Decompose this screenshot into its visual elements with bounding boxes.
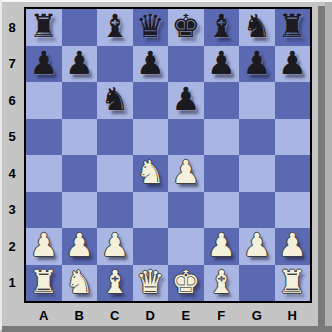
frame-bevel-left (0, 0, 2, 330)
file-label-e: E (168, 306, 204, 324)
square-e4[interactable]: ♟ (168, 155, 204, 192)
square-b8[interactable] (62, 9, 98, 46)
square-f5[interactable] (204, 119, 240, 156)
rank-label-6: 6 (0, 82, 24, 119)
piece-black-bishop[interactable]: ♝ (100, 10, 129, 42)
square-e2[interactable] (168, 228, 204, 265)
square-a6[interactable] (26, 82, 62, 119)
piece-white-queen[interactable]: ♛ (136, 266, 165, 298)
square-b2[interactable]: ♟ (62, 228, 98, 265)
piece-black-pawn[interactable]: ♟ (242, 47, 271, 79)
square-c1[interactable]: ♝ (97, 265, 133, 302)
frame-bevel-top (0, 0, 332, 2)
piece-black-rook[interactable]: ♜ (278, 10, 307, 42)
chess-board[interactable]: ♜♝♛♚♝♞♜♟♟♟♟♟♟♞♟♞♟♟♟♟♟♟♟♜♞♝♛♚♝♜ (24, 7, 312, 303)
square-b6[interactable] (62, 82, 98, 119)
square-g2[interactable]: ♟ (239, 228, 275, 265)
file-label-b: B (62, 306, 98, 324)
piece-black-pawn[interactable]: ♟ (29, 47, 58, 79)
piece-white-rook[interactable]: ♜ (29, 266, 58, 298)
square-a1[interactable]: ♜ (26, 265, 62, 302)
square-h3[interactable] (275, 192, 311, 229)
square-a5[interactable] (26, 119, 62, 156)
rank-label-4: 4 (0, 155, 24, 192)
square-a8[interactable]: ♜ (26, 9, 62, 46)
square-b5[interactable] (62, 119, 98, 156)
square-g4[interactable] (239, 155, 275, 192)
square-h5[interactable] (275, 119, 311, 156)
square-f2[interactable]: ♟ (204, 228, 240, 265)
rank-label-1: 1 (0, 265, 24, 302)
square-f7[interactable]: ♟ (204, 46, 240, 83)
piece-white-pawn[interactable]: ♟ (29, 229, 58, 261)
square-c5[interactable] (97, 119, 133, 156)
square-d2[interactable] (133, 228, 169, 265)
file-label-f: F (204, 306, 240, 324)
square-d6[interactable] (133, 82, 169, 119)
rank-label-2: 2 (0, 228, 24, 265)
square-c4[interactable] (97, 155, 133, 192)
piece-black-knight[interactable]: ♞ (100, 83, 129, 115)
piece-black-pawn[interactable]: ♟ (207, 47, 236, 79)
piece-white-bishop[interactable]: ♝ (100, 266, 129, 298)
square-a4[interactable] (26, 155, 62, 192)
rank-label-5: 5 (0, 119, 24, 156)
piece-white-pawn[interactable]: ♟ (278, 229, 307, 261)
square-g8[interactable]: ♞ (239, 9, 275, 46)
square-h8[interactable]: ♜ (275, 9, 311, 46)
square-c6[interactable]: ♞ (97, 82, 133, 119)
square-a3[interactable] (26, 192, 62, 229)
rank-label-8: 8 (0, 9, 24, 46)
square-e1[interactable]: ♚ (168, 265, 204, 302)
rank-label-7: 7 (0, 46, 24, 83)
square-d3[interactable] (133, 192, 169, 229)
square-c2[interactable]: ♟ (97, 228, 133, 265)
piece-black-pawn[interactable]: ♟ (278, 47, 307, 79)
square-h7[interactable]: ♟ (275, 46, 311, 83)
chess-board-frame: 87654321 ♜♝♛♚♝♞♜♟♟♟♟♟♟♞♟♞♟♟♟♟♟♟♟♜♞♝♛♚♝♜ … (0, 0, 332, 332)
piece-black-queen[interactable]: ♛ (136, 10, 165, 42)
square-b4[interactable] (62, 155, 98, 192)
piece-black-pawn[interactable]: ♟ (171, 83, 200, 115)
frame-bevel-right-shadow (318, 6, 325, 332)
square-e8[interactable]: ♚ (168, 9, 204, 46)
square-a2[interactable]: ♟ (26, 228, 62, 265)
file-label-a: A (26, 306, 62, 324)
square-a7[interactable]: ♟ (26, 46, 62, 83)
square-e6[interactable]: ♟ (168, 82, 204, 119)
square-f8[interactable]: ♝ (204, 9, 240, 46)
square-b1[interactable]: ♞ (62, 265, 98, 302)
square-h1[interactable]: ♜ (275, 265, 311, 302)
piece-white-knight[interactable]: ♞ (65, 266, 94, 298)
square-b3[interactable] (62, 192, 98, 229)
piece-black-king[interactable]: ♚ (171, 10, 200, 42)
rank-labels: 87654321 (0, 9, 24, 301)
piece-black-pawn[interactable]: ♟ (65, 47, 94, 79)
square-g1[interactable] (239, 265, 275, 302)
piece-white-pawn[interactable]: ♟ (207, 229, 236, 261)
piece-white-pawn[interactable]: ♟ (171, 156, 200, 188)
square-c8[interactable]: ♝ (97, 9, 133, 46)
square-d1[interactable]: ♛ (133, 265, 169, 302)
file-label-h: H (275, 306, 311, 324)
square-d4[interactable]: ♞ (133, 155, 169, 192)
square-h2[interactable]: ♟ (275, 228, 311, 265)
square-c7[interactable] (97, 46, 133, 83)
square-g6[interactable] (239, 82, 275, 119)
square-d5[interactable] (133, 119, 169, 156)
square-e3[interactable] (168, 192, 204, 229)
square-g7[interactable]: ♟ (239, 46, 275, 83)
frame-bevel-right-outer (325, 2, 332, 332)
square-f4[interactable] (204, 155, 240, 192)
board-grid: ♜♝♛♚♝♞♜♟♟♟♟♟♟♞♟♞♟♟♟♟♟♟♟♜♞♝♛♚♝♜ (26, 9, 310, 301)
square-b7[interactable]: ♟ (62, 46, 98, 83)
piece-black-bishop[interactable]: ♝ (207, 10, 236, 42)
square-f6[interactable] (204, 82, 240, 119)
square-g5[interactable] (239, 119, 275, 156)
file-labels: ABCDEFGH (26, 306, 310, 324)
frame-bevel-bottom-shadow (2, 326, 332, 332)
file-label-g: G (239, 306, 275, 324)
square-f3[interactable] (204, 192, 240, 229)
square-f1[interactable]: ♝ (204, 265, 240, 302)
file-label-d: D (133, 306, 169, 324)
piece-white-king[interactable]: ♚ (171, 266, 200, 298)
piece-white-rook[interactable]: ♜ (278, 266, 307, 298)
piece-black-rook[interactable]: ♜ (29, 10, 58, 42)
square-h6[interactable] (275, 82, 311, 119)
file-label-c: C (97, 306, 133, 324)
piece-white-bishop[interactable]: ♝ (207, 266, 236, 298)
piece-white-pawn[interactable]: ♟ (100, 229, 129, 261)
square-d8[interactable]: ♛ (133, 9, 169, 46)
square-h4[interactable] (275, 155, 311, 192)
piece-white-pawn[interactable]: ♟ (65, 229, 94, 261)
square-e7[interactable] (168, 46, 204, 83)
square-e5[interactable] (168, 119, 204, 156)
rank-label-3: 3 (0, 192, 24, 229)
piece-black-pawn[interactable]: ♟ (136, 47, 165, 79)
piece-white-pawn[interactable]: ♟ (242, 229, 271, 261)
square-c3[interactable] (97, 192, 133, 229)
piece-white-knight[interactable]: ♞ (136, 156, 165, 188)
square-g3[interactable] (239, 192, 275, 229)
square-d7[interactable]: ♟ (133, 46, 169, 83)
piece-black-knight[interactable]: ♞ (242, 10, 271, 42)
